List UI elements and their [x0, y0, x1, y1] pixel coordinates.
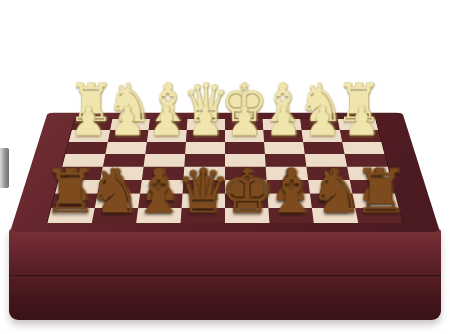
box-lid-seam: [9, 275, 441, 278]
box-front-face: [9, 229, 441, 320]
box-lid: ♜♞♝♛♚♝♞♜♟♟♟♟♟♟♟♟♟♟♟♟♟♟♟♟♜♞♝♛♚♝♞♜: [10, 113, 440, 232]
piece-slot-r1c7: ♟: [340, 130, 381, 142]
piece-rank-1: ♟♟♟♟♟♟♟♟: [69, 130, 381, 142]
piece-black-rook[interactable]: ♜: [350, 161, 410, 222]
piece-slot-r7c7: ♜: [355, 208, 402, 223]
pieces-layer: ♜♞♝♛♚♝♞♜♟♟♟♟♟♟♟♟♟♟♟♟♟♟♟♟♜♞♝♛♚♝♞♜: [47, 119, 402, 223]
piece-white-pawn[interactable]: ♟: [335, 102, 388, 142]
photo-scene: ♜♞♝♛♚♝♞♜♟♟♟♟♟♟♟♟♟♟♟♟♟♟♟♟♜♞♝♛♚♝♞♜: [0, 0, 450, 334]
lid-wood-surface: ♜♞♝♛♚♝♞♜♟♟♟♟♟♟♟♟♟♟♟♟♟♟♟♟♜♞♝♛♚♝♞♜: [10, 113, 440, 232]
piece-rank-7: ♜♞♝♛♚♝♞♜: [47, 208, 402, 223]
hinge-clasp-icon: [0, 148, 9, 188]
